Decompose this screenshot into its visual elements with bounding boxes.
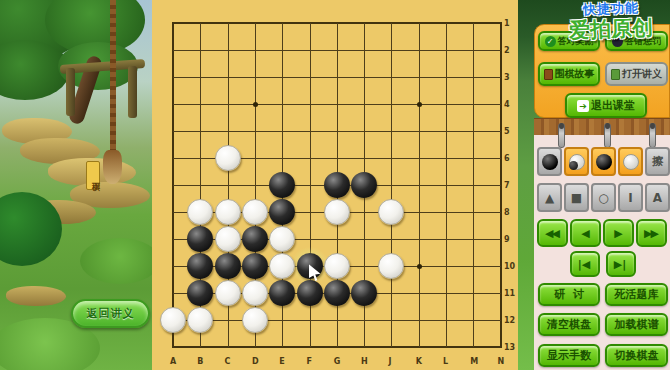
col-label-D: D (252, 357, 259, 366)
mini-black-stone-icon (569, 161, 578, 170)
penalty-button[interactable]: 答错惩罚 (605, 31, 668, 51)
penalty-button-label: 答错惩罚 (625, 35, 661, 48)
col-label-J: J (388, 357, 391, 366)
eraser-tool-button[interactable]: 擦 (645, 147, 670, 176)
load-record-label: 加载棋谱 (615, 317, 659, 332)
row-label-3: 3 (504, 73, 510, 82)
fast-forward-icon: ▶▶ (644, 227, 657, 240)
col-label-H: H (361, 357, 368, 366)
col-label-B: B (197, 357, 203, 366)
go-board[interactable]: ABCDEFGHJKLMN12345678910111213 (152, 0, 518, 370)
step-forward-button[interactable]: ▶ (603, 219, 634, 247)
open-handout-button[interactable]: 打开讲义 (605, 62, 668, 86)
square-mark-button[interactable]: ■ (564, 183, 589, 212)
black-stone-E11 (269, 280, 295, 306)
black-stone-icon (542, 154, 558, 170)
rope-tassel (103, 150, 122, 184)
white-stone-C11 (215, 280, 241, 306)
white-stone-G8 (324, 199, 350, 225)
row-label-8: 8 (504, 208, 510, 217)
black-stone-D9 (242, 226, 268, 252)
discussion-label: 研 讨 (554, 287, 584, 302)
board-grid-line (419, 23, 420, 347)
step-backward-icon: ◀ (581, 227, 587, 240)
binder-pin-icon (558, 123, 565, 148)
white-stone-C9 (215, 226, 241, 252)
row-label-6: 6 (504, 154, 510, 163)
app-window: 下棋 返回讲义 ABCDEFGHJKLMN12345678910111213 ✓… (0, 0, 670, 370)
clear-board-label: 清空棋盘 (547, 317, 591, 332)
exit-door-icon: ➔ (577, 100, 589, 112)
col-label-C: C (225, 357, 231, 366)
black-stone-H11 (351, 280, 377, 306)
row-label-2: 2 (504, 46, 510, 55)
black-stone-E8 (269, 199, 295, 225)
discussion-button[interactable]: 研 讨 (538, 283, 600, 306)
row-label-1: 1 (504, 19, 510, 28)
circle-icon: ○ (598, 191, 608, 205)
to-end-icon: ▶| (614, 258, 626, 271)
star-point (417, 102, 422, 107)
letter-i-icon: I (628, 191, 632, 205)
row-label-11: 11 (504, 289, 515, 298)
white-stone-icon (623, 154, 639, 170)
fast-backward-button[interactable]: ◀◀ (537, 219, 568, 247)
board-grid-line (173, 320, 501, 321)
dark-circle-icon (612, 36, 623, 47)
white-stone-G10 (324, 253, 350, 279)
fast-backward-icon: ◀◀ (545, 227, 558, 240)
black-stone-G11 (324, 280, 350, 306)
board-grid-line (391, 23, 392, 347)
hanging-rope (110, 0, 116, 158)
col-label-K: K (416, 357, 422, 366)
show-move-numbers-button[interactable]: 显示手数 (538, 344, 600, 367)
white-stone-E10 (269, 253, 295, 279)
row-label-10: 10 (504, 262, 515, 271)
show-move-numbers-label: 显示手数 (547, 348, 591, 363)
rock (6, 286, 66, 306)
switch-board-button[interactable]: 切换棋盘 (605, 344, 668, 367)
board-grid-line (446, 23, 447, 347)
black-stone-icon (596, 154, 612, 170)
col-label-N: N (498, 357, 505, 366)
col-label-E: E (279, 357, 284, 366)
board-grid-line (473, 23, 474, 347)
col-label-F: F (307, 357, 312, 366)
star-point (253, 102, 258, 107)
row-label-13: 13 (504, 343, 515, 352)
eraser-icon: 擦 (652, 154, 663, 169)
reward-button[interactable]: ✓ 答对奖励 (538, 31, 600, 51)
col-label-A: A (170, 357, 176, 366)
white-stone-D11 (242, 280, 268, 306)
black-stone-C10 (215, 253, 241, 279)
alternate-stone-tool-button[interactable] (564, 147, 589, 176)
col-label-M: M (470, 357, 478, 366)
white-stone-E9 (269, 226, 295, 252)
white-stone-C8 (215, 199, 241, 225)
switch-board-label: 切换棋盘 (615, 348, 659, 363)
exit-classroom-label: 退出课堂 (591, 98, 635, 113)
line-mark-button[interactable]: I (618, 183, 643, 212)
pavilion-post (66, 68, 75, 116)
check-circle-icon: ✓ (545, 36, 556, 47)
to-start-icon: |◀ (578, 258, 590, 271)
black-stone-tool-button[interactable] (537, 147, 562, 176)
letter-a-icon: A (653, 191, 662, 205)
binder-pin-icon (604, 123, 611, 148)
watermark-title: 快捷功能 (536, 0, 670, 21)
white-stone-D12 (242, 307, 268, 333)
black-stone-tool-button-2[interactable] (591, 147, 616, 176)
black-stone-G7 (324, 172, 350, 198)
life-death-library-button[interactable]: 死活题库 (605, 283, 668, 306)
black-stone-F11 (297, 280, 323, 306)
row-label-5: 5 (504, 127, 510, 136)
row-label-12: 12 (504, 316, 515, 325)
pavilion-post (128, 66, 137, 118)
row-label-4: 4 (504, 100, 510, 109)
reward-button-label: 答对奖励 (558, 35, 594, 48)
step-backward-button[interactable]: ◀ (570, 219, 601, 247)
star-point (417, 264, 422, 269)
white-stone-D8 (242, 199, 268, 225)
black-stone-H7 (351, 172, 377, 198)
to-end-button[interactable]: ▶| (606, 251, 636, 277)
triangle-mark-button[interactable]: ▲ (537, 183, 562, 212)
step-forward-icon: ▶ (614, 227, 620, 240)
load-record-button[interactable]: 加载棋谱 (605, 313, 668, 336)
fast-forward-button[interactable]: ▶▶ (636, 219, 667, 247)
grass-patch (80, 238, 160, 284)
landscape-sidebar: 下棋 返回讲义 (0, 0, 152, 370)
return-to-lecture-button[interactable]: 返回讲义 (71, 299, 150, 328)
go-stories-label: 围棋故事 (555, 67, 595, 81)
row-label-7: 7 (504, 181, 510, 190)
black-stone-D10 (242, 253, 268, 279)
white-stone-tool-button[interactable] (618, 147, 643, 176)
to-start-button[interactable]: |◀ (570, 251, 600, 277)
open-handout-label: 打开讲义 (622, 67, 662, 81)
white-stone-C6 (215, 145, 241, 171)
document-icon (611, 69, 620, 80)
clear-board-button[interactable]: 清空棋盘 (538, 313, 600, 336)
black-stone-E7 (269, 172, 295, 198)
triangle-icon: ▲ (545, 191, 554, 205)
binder-pin-icon (649, 123, 656, 148)
col-label-G: G (334, 357, 341, 366)
white-stone-A12 (160, 307, 186, 333)
square-icon: ■ (571, 191, 582, 205)
rope-tag: 下棋 (86, 161, 100, 190)
book-icon (544, 69, 553, 80)
go-stories-button[interactable]: 围棋故事 (538, 62, 600, 86)
exit-classroom-button[interactable]: ➔ 退出课堂 (565, 93, 647, 118)
row-label-9: 9 (504, 235, 510, 244)
letter-mark-button[interactable]: A (645, 183, 670, 212)
life-death-library-label: 死活题库 (615, 287, 659, 302)
col-label-L: L (443, 357, 448, 366)
control-panel: ✓ 答对奖励 答错惩罚 围棋故事 打开讲义 ➔ 退出课堂 (518, 0, 670, 370)
circle-mark-button[interactable]: ○ (591, 183, 616, 212)
